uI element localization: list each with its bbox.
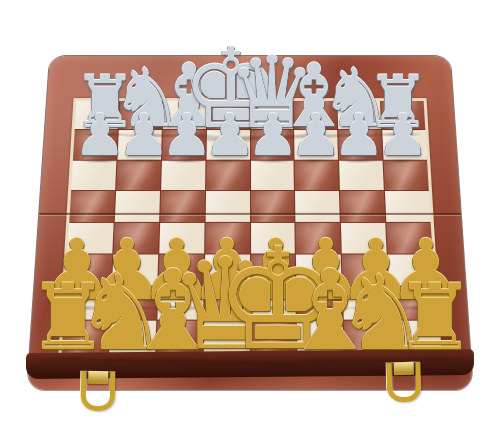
brass-clasp-left — [81, 371, 116, 412]
square-f5[interactable] — [295, 191, 340, 221]
product-photo-stage: ♜♞♝♚♛♝♞♜♟♟♟♟♟♟♟♟♟♟♟♟♟♟♟♟♜♞♝♛♚♝♞♜ — [0, 0, 500, 432]
square-b5[interactable] — [115, 191, 160, 221]
square-d5[interactable] — [205, 191, 249, 221]
square-c5[interactable] — [160, 191, 205, 221]
piece-gold-rook[interactable]: ♜ — [394, 272, 476, 363]
piece-silver-pawn[interactable]: ♟ — [377, 106, 429, 164]
fold-seam — [39, 213, 461, 215]
square-e5[interactable] — [251, 191, 295, 221]
square-a5[interactable] — [69, 191, 115, 221]
square-g5[interactable] — [340, 191, 385, 221]
square-h5[interactable] — [385, 191, 431, 221]
